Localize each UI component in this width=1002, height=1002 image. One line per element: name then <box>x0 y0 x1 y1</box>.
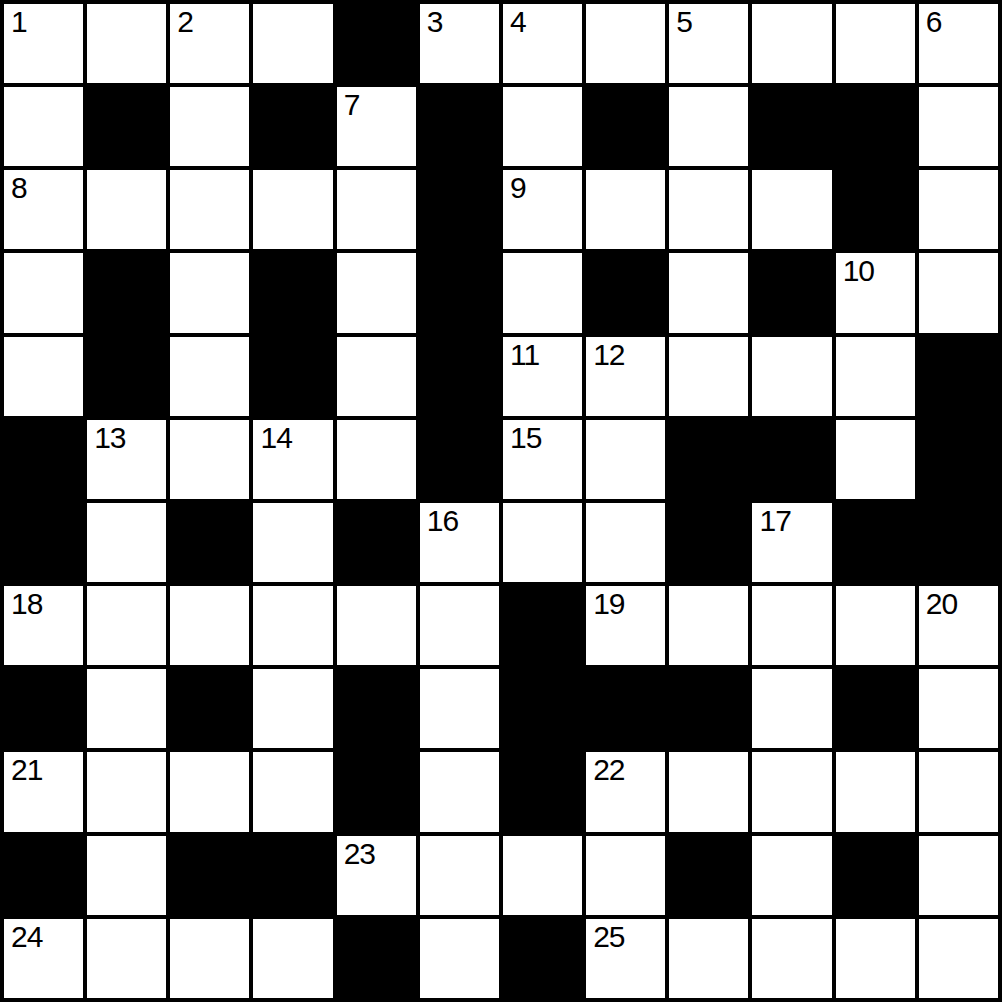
white-cell[interactable] <box>170 337 249 416</box>
white-cell[interactable] <box>87 836 166 915</box>
black-cell <box>170 836 249 915</box>
black-cell <box>337 669 416 748</box>
black-cell <box>836 836 915 915</box>
white-cell[interactable] <box>253 586 332 665</box>
white-cell[interactable]: 7 <box>337 87 416 166</box>
white-cell[interactable]: 10 <box>836 253 915 332</box>
white-cell[interactable] <box>669 586 748 665</box>
white-cell[interactable]: 18 <box>4 586 83 665</box>
white-cell[interactable] <box>337 253 416 332</box>
black-cell <box>87 253 166 332</box>
white-cell[interactable]: 2 <box>170 4 249 83</box>
clue-number: 2 <box>177 6 193 38</box>
clue-number: 14 <box>260 422 291 454</box>
white-cell[interactable] <box>836 919 915 998</box>
black-cell <box>669 420 748 499</box>
white-cell[interactable]: 8 <box>4 170 83 249</box>
black-cell <box>919 337 998 416</box>
black-cell <box>586 87 665 166</box>
black-cell <box>836 503 915 582</box>
clue-number: 15 <box>510 422 541 454</box>
clue-number: 13 <box>94 422 125 454</box>
white-cell[interactable] <box>420 669 499 748</box>
white-cell[interactable] <box>752 337 831 416</box>
clue-number: 1 <box>11 6 27 38</box>
clue-number: 19 <box>593 588 624 620</box>
white-cell[interactable] <box>253 503 332 582</box>
black-cell <box>170 669 249 748</box>
white-cell[interactable] <box>836 420 915 499</box>
black-cell <box>836 87 915 166</box>
white-cell[interactable] <box>836 752 915 831</box>
white-cell[interactable] <box>752 586 831 665</box>
white-cell[interactable] <box>337 170 416 249</box>
white-cell[interactable] <box>420 586 499 665</box>
white-cell[interactable]: 1 <box>4 4 83 83</box>
white-cell[interactable]: 5 <box>669 4 748 83</box>
black-cell <box>503 752 582 831</box>
black-cell <box>337 503 416 582</box>
white-cell[interactable] <box>752 170 831 249</box>
clue-number: 9 <box>510 172 526 204</box>
white-cell[interactable]: 6 <box>919 4 998 83</box>
black-cell <box>337 752 416 831</box>
black-cell <box>586 253 665 332</box>
white-cell[interactable] <box>669 87 748 166</box>
crossword-grid: 1234567891011121314151617181920212223242… <box>0 0 1002 1002</box>
white-cell[interactable] <box>170 919 249 998</box>
black-cell <box>919 503 998 582</box>
black-cell <box>420 253 499 332</box>
white-cell[interactable] <box>4 253 83 332</box>
white-cell[interactable] <box>253 669 332 748</box>
clue-number: 4 <box>510 6 526 38</box>
white-cell[interactable] <box>170 170 249 249</box>
white-cell[interactable] <box>503 253 582 332</box>
white-cell[interactable] <box>420 919 499 998</box>
white-cell[interactable] <box>337 420 416 499</box>
white-cell[interactable] <box>170 87 249 166</box>
black-cell <box>752 420 831 499</box>
black-cell <box>170 503 249 582</box>
white-cell[interactable] <box>752 4 831 83</box>
white-cell[interactable]: 4 <box>503 4 582 83</box>
black-cell <box>420 170 499 249</box>
white-cell[interactable] <box>87 4 166 83</box>
white-cell[interactable] <box>586 420 665 499</box>
black-cell <box>87 87 166 166</box>
white-cell[interactable] <box>836 586 915 665</box>
white-cell[interactable]: 22 <box>586 752 665 831</box>
white-cell[interactable]: 17 <box>752 503 831 582</box>
white-cell[interactable] <box>253 919 332 998</box>
white-cell[interactable] <box>752 919 831 998</box>
clue-number: 11 <box>510 339 539 371</box>
white-cell[interactable] <box>4 87 83 166</box>
white-cell[interactable] <box>87 752 166 831</box>
clue-number: 20 <box>926 588 957 620</box>
white-cell[interactable] <box>337 337 416 416</box>
black-cell <box>836 170 915 249</box>
clue-number: 7 <box>344 89 360 121</box>
black-cell <box>669 836 748 915</box>
white-cell[interactable] <box>836 4 915 83</box>
white-cell[interactable] <box>87 503 166 582</box>
black-cell <box>669 669 748 748</box>
white-cell[interactable]: 3 <box>420 4 499 83</box>
black-cell <box>253 87 332 166</box>
clue-number: 10 <box>843 255 874 287</box>
black-cell <box>503 586 582 665</box>
clue-number: 12 <box>593 339 624 371</box>
white-cell[interactable] <box>170 253 249 332</box>
white-cell[interactable]: 14 <box>253 420 332 499</box>
white-cell[interactable] <box>669 253 748 332</box>
white-cell[interactable] <box>337 586 416 665</box>
white-cell[interactable]: 12 <box>586 337 665 416</box>
black-cell <box>752 87 831 166</box>
white-cell[interactable] <box>586 4 665 83</box>
white-cell[interactable] <box>170 752 249 831</box>
white-cell[interactable] <box>586 170 665 249</box>
clue-number: 16 <box>427 505 458 537</box>
white-cell[interactable]: 23 <box>337 836 416 915</box>
white-cell[interactable] <box>836 337 915 416</box>
clue-number: 5 <box>676 6 692 38</box>
white-cell[interactable] <box>919 669 998 748</box>
white-cell[interactable]: 15 <box>503 420 582 499</box>
black-cell <box>4 503 83 582</box>
white-cell[interactable]: 11 <box>503 337 582 416</box>
black-cell <box>253 836 332 915</box>
black-cell <box>420 87 499 166</box>
white-cell[interactable] <box>503 503 582 582</box>
clue-number: 3 <box>427 6 443 38</box>
white-cell[interactable] <box>253 170 332 249</box>
white-cell[interactable]: 9 <box>503 170 582 249</box>
white-cell[interactable]: 25 <box>586 919 665 998</box>
white-cell[interactable]: 24 <box>4 919 83 998</box>
white-cell[interactable]: 16 <box>420 503 499 582</box>
clue-number: 17 <box>759 505 790 537</box>
white-cell[interactable]: 13 <box>87 420 166 499</box>
white-cell[interactable] <box>170 420 249 499</box>
white-cell[interactable]: 19 <box>586 586 665 665</box>
clue-number: 24 <box>11 921 42 953</box>
black-cell <box>253 337 332 416</box>
white-cell[interactable] <box>669 752 748 831</box>
white-cell[interactable] <box>87 669 166 748</box>
clue-number: 18 <box>11 588 42 620</box>
white-cell[interactable] <box>503 87 582 166</box>
black-cell <box>337 919 416 998</box>
white-cell[interactable]: 20 <box>919 586 998 665</box>
white-cell[interactable] <box>87 919 166 998</box>
black-cell <box>669 503 748 582</box>
black-cell <box>4 420 83 499</box>
black-cell <box>4 669 83 748</box>
clue-number: 23 <box>344 838 375 870</box>
white-cell[interactable] <box>586 503 665 582</box>
white-cell[interactable] <box>919 919 998 998</box>
white-cell[interactable] <box>503 836 582 915</box>
clue-number: 22 <box>593 754 624 786</box>
white-cell[interactable] <box>253 752 332 831</box>
black-cell <box>503 669 582 748</box>
white-cell[interactable] <box>170 586 249 665</box>
white-cell[interactable] <box>919 752 998 831</box>
black-cell <box>752 253 831 332</box>
white-cell[interactable] <box>752 752 831 831</box>
white-cell[interactable] <box>253 4 332 83</box>
white-cell[interactable] <box>669 919 748 998</box>
white-cell[interactable] <box>919 87 998 166</box>
clue-number: 8 <box>11 172 27 204</box>
black-cell <box>4 836 83 915</box>
white-cell[interactable] <box>87 170 166 249</box>
white-cell[interactable] <box>4 337 83 416</box>
white-cell[interactable] <box>87 586 166 665</box>
white-cell[interactable] <box>919 253 998 332</box>
clue-number: 21 <box>11 754 42 786</box>
black-cell <box>586 669 665 748</box>
white-cell[interactable] <box>420 836 499 915</box>
black-cell <box>836 669 915 748</box>
black-cell <box>87 337 166 416</box>
black-cell <box>503 919 582 998</box>
black-cell <box>253 253 332 332</box>
white-cell[interactable] <box>669 337 748 416</box>
black-cell <box>919 420 998 499</box>
white-cell[interactable] <box>919 170 998 249</box>
white-cell[interactable] <box>669 170 748 249</box>
black-cell <box>420 337 499 416</box>
white-cell[interactable] <box>919 836 998 915</box>
black-cell <box>337 4 416 83</box>
white-cell[interactable] <box>420 752 499 831</box>
black-cell <box>420 420 499 499</box>
white-cell[interactable] <box>752 836 831 915</box>
white-cell[interactable] <box>586 836 665 915</box>
clue-number: 6 <box>926 6 942 38</box>
white-cell[interactable] <box>752 669 831 748</box>
white-cell[interactable]: 21 <box>4 752 83 831</box>
clue-number: 25 <box>593 921 624 953</box>
